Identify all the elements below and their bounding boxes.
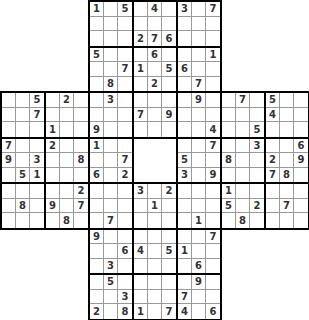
cell-r9c17[interactable] <box>236 122 250 137</box>
cell-r12c20: 8 <box>280 168 294 183</box>
box-r3c3: 39 <box>88 91 134 139</box>
cell-r7c10[interactable] <box>134 93 148 108</box>
cell-r15c1[interactable] <box>2 213 16 228</box>
cell-r10c1: 7 <box>2 139 16 154</box>
cell-r6c13[interactable] <box>178 77 192 92</box>
cell-r14c8[interactable] <box>104 199 118 214</box>
cell-r16c13[interactable] <box>178 230 192 245</box>
cell-r8c7[interactable] <box>90 108 104 123</box>
cell-r11c1: 9 <box>2 153 16 168</box>
cell-r13c13[interactable] <box>178 184 192 199</box>
cell-r14c2: 8 <box>16 199 30 214</box>
cell-r17c13: 1 <box>178 244 192 259</box>
cell-r13c4[interactable] <box>46 184 60 199</box>
box-r5c2: 2978 <box>44 182 90 230</box>
box-r5c3: 7 <box>88 182 134 230</box>
cell-r4c14[interactable] <box>192 48 206 63</box>
cell-r20c8[interactable] <box>104 290 118 305</box>
box-r3c1: 57 <box>0 91 46 139</box>
cell-r19c12[interactable] <box>162 275 176 290</box>
cell-r10c4: 2 <box>46 139 60 154</box>
box-r3c4: 79 <box>132 91 178 139</box>
cell-r11c16: 8 <box>222 153 236 168</box>
cell-r16c11[interactable] <box>148 230 162 245</box>
cell-r11c8[interactable] <box>104 153 118 168</box>
cell-r9c20[interactable] <box>280 122 294 137</box>
cell-r19c8: 5 <box>104 275 118 290</box>
cell-r9c6[interactable] <box>74 122 88 137</box>
cell-r19c10[interactable] <box>134 275 148 290</box>
cell-r15c10[interactable] <box>134 213 148 228</box>
box-r4c2: 28 <box>44 137 90 185</box>
cell-r9c18: 5 <box>250 122 264 137</box>
cell-r5c11[interactable] <box>148 62 162 77</box>
cell-r15c13[interactable] <box>178 213 192 228</box>
box-r6c4: 45 <box>132 228 178 276</box>
cell-r4c11: 6 <box>148 48 162 63</box>
cell-r16c12[interactable] <box>162 230 176 245</box>
cell-r7c6[interactable] <box>74 93 88 108</box>
cell-r1c11: 4 <box>148 2 162 17</box>
cell-r4c12[interactable] <box>162 48 176 63</box>
cell-r17c11[interactable] <box>148 244 162 259</box>
cell-r5c15[interactable] <box>206 62 220 77</box>
cell-r2c13[interactable] <box>178 17 192 32</box>
cell-r1c10[interactable] <box>134 2 148 17</box>
cell-r21c13: 4 <box>178 304 192 319</box>
cell-r15c3[interactable] <box>30 213 44 228</box>
cell-r13c12: 2 <box>162 184 176 199</box>
cell-r21c11[interactable] <box>148 304 162 319</box>
cell-r13c14[interactable] <box>192 184 206 199</box>
cell-r21c9: 8 <box>118 304 132 319</box>
cell-r14c18: 2 <box>250 199 264 214</box>
cell-r1c9: 5 <box>118 2 132 17</box>
cell-r20c9: 3 <box>118 290 132 305</box>
cell-r3c13[interactable] <box>178 31 192 46</box>
cell-r10c14[interactable] <box>192 139 206 154</box>
cell-r8c4[interactable] <box>46 108 60 123</box>
cell-r10c20[interactable] <box>280 139 294 154</box>
cell-r14c6: 7 <box>74 199 88 214</box>
cell-r9c4: 1 <box>46 122 60 137</box>
box-r7c5: 9746 <box>176 273 222 320</box>
box-r4c3: 1762 <box>88 137 134 185</box>
cell-r7c4[interactable] <box>46 93 60 108</box>
cell-r16c14[interactable] <box>192 230 206 245</box>
cell-r8c1[interactable] <box>2 108 16 123</box>
cell-r17c12: 5 <box>162 244 176 259</box>
cell-r10c8[interactable] <box>104 139 118 154</box>
box-r2c3: 578 <box>88 46 134 94</box>
cell-r20c12[interactable] <box>162 290 176 305</box>
cell-r19c15[interactable] <box>206 275 220 290</box>
cell-r16c9[interactable] <box>118 230 132 245</box>
cell-r3c9[interactable] <box>118 31 132 46</box>
cell-r12c13: 3 <box>178 168 192 183</box>
cell-r7c8: 3 <box>104 93 118 108</box>
cell-r17c10: 4 <box>134 244 148 259</box>
cell-r8c8[interactable] <box>104 108 118 123</box>
box-r4c7: 62978 <box>264 137 309 185</box>
cell-r9c5[interactable] <box>60 122 74 137</box>
cell-r9c3[interactable] <box>30 122 44 137</box>
cell-r15c15[interactable] <box>206 213 220 228</box>
cell-r13c17[interactable] <box>236 184 250 199</box>
cell-r14c21[interactable] <box>294 199 308 214</box>
cell-r15c5: 8 <box>60 213 74 228</box>
cell-r21c14[interactable] <box>192 304 206 319</box>
cell-r1c13: 3 <box>178 2 192 17</box>
cell-r7c5: 2 <box>60 93 74 108</box>
cell-r13c7[interactable] <box>90 184 104 199</box>
cell-r16c10[interactable] <box>134 230 148 245</box>
cell-r1c7: 1 <box>90 2 104 17</box>
cell-r12c6[interactable] <box>74 168 88 183</box>
cell-r14c20: 7 <box>280 199 294 214</box>
cell-r10c3[interactable] <box>30 139 44 154</box>
cell-r8c13[interactable] <box>178 108 192 123</box>
cell-r20c13: 7 <box>178 290 192 305</box>
cell-r12c9: 2 <box>118 168 132 183</box>
box-r4c1: 79351 <box>0 137 46 185</box>
cell-r3c10: 2 <box>134 31 148 46</box>
cell-r8c2[interactable] <box>16 108 30 123</box>
cell-r6c15[interactable] <box>206 77 220 92</box>
cell-r13c8[interactable] <box>104 184 118 199</box>
cell-r9c19[interactable] <box>266 122 280 137</box>
cell-r7c20[interactable] <box>280 93 294 108</box>
cell-r2c14[interactable] <box>192 17 206 32</box>
box-r4c6: 38 <box>220 137 266 185</box>
cell-r18c15[interactable] <box>206 259 220 274</box>
cell-r9c2[interactable] <box>16 122 30 137</box>
cell-r18c14: 6 <box>192 259 206 274</box>
cell-r9c12[interactable] <box>162 122 176 137</box>
cell-r6c10[interactable] <box>134 77 148 92</box>
cell-r11c17[interactable] <box>236 153 250 168</box>
cell-r17c9: 6 <box>118 244 132 259</box>
cell-r8c21[interactable] <box>294 108 308 123</box>
cell-r14c10[interactable] <box>134 199 148 214</box>
cell-r2c8[interactable] <box>104 17 118 32</box>
cell-r4c13[interactable] <box>178 48 192 63</box>
cell-r15c20[interactable] <box>280 213 294 228</box>
cell-r15c18[interactable] <box>250 213 264 228</box>
cell-r13c9[interactable] <box>118 184 132 199</box>
cell-r5c14[interactable] <box>192 62 206 77</box>
cell-r10c17[interactable] <box>236 139 250 154</box>
cell-r12c3: 1 <box>30 168 44 183</box>
cell-r13c6: 2 <box>74 184 88 199</box>
cell-r8c19: 4 <box>266 108 280 123</box>
cell-r10c7: 1 <box>90 139 104 154</box>
cell-r14c1[interactable] <box>2 199 16 214</box>
box-r1c4: 4276 <box>132 0 178 48</box>
cell-r11c6: 8 <box>74 153 88 168</box>
cell-r11c7[interactable] <box>90 153 104 168</box>
cell-r13c11[interactable] <box>148 184 162 199</box>
cell-r12c18[interactable] <box>250 168 264 183</box>
cell-r7c3: 5 <box>30 93 44 108</box>
cell-r8c12: 9 <box>162 108 176 123</box>
cell-r7c1[interactable] <box>2 93 16 108</box>
cell-r8c11[interactable] <box>148 108 162 123</box>
cell-r16c15: 7 <box>206 230 220 245</box>
cell-r1c12[interactable] <box>162 2 176 17</box>
cell-r11c13: 5 <box>178 153 192 168</box>
cell-r15c4[interactable] <box>46 213 60 228</box>
cell-r7c12[interactable] <box>162 93 176 108</box>
cell-r15c7[interactable] <box>90 213 104 228</box>
cell-r7c16[interactable] <box>222 93 236 108</box>
cell-r11c4[interactable] <box>46 153 60 168</box>
cell-r12c2: 5 <box>16 168 30 183</box>
cell-r13c21[interactable] <box>294 184 308 199</box>
cell-r13c5[interactable] <box>60 184 74 199</box>
cell-r7c9[interactable] <box>118 93 132 108</box>
cell-r14c3[interactable] <box>30 199 44 214</box>
cell-r8c9[interactable] <box>118 108 132 123</box>
cell-r12c1[interactable] <box>2 168 16 183</box>
cell-r18c7[interactable] <box>90 259 104 274</box>
box-r3c6: 75 <box>220 91 266 139</box>
cell-r17c15[interactable] <box>206 244 220 259</box>
box-r6c3: 963 <box>88 228 134 276</box>
cell-r1c15: 7 <box>206 2 220 17</box>
cell-r8c10: 7 <box>134 108 148 123</box>
cell-r12c19: 7 <box>266 168 280 183</box>
box-r2c5: 167 <box>176 46 222 94</box>
cell-r21c7: 2 <box>90 304 104 319</box>
cell-r17c8[interactable] <box>104 244 118 259</box>
cell-r8c3: 7 <box>30 108 44 123</box>
cell-r7c7[interactable] <box>90 93 104 108</box>
cell-r11c2[interactable] <box>16 153 30 168</box>
cell-r19c13[interactable] <box>178 275 192 290</box>
cell-r6c8: 8 <box>104 77 118 92</box>
cell-r14c19[interactable] <box>266 199 280 214</box>
cell-r17c14[interactable] <box>192 244 206 259</box>
cell-r2c7[interactable] <box>90 17 104 32</box>
cell-r9c21[interactable] <box>294 122 308 137</box>
cell-r15c21[interactable] <box>294 213 308 228</box>
cell-r14c14[interactable] <box>192 199 206 214</box>
cell-r4c15: 1 <box>206 48 220 63</box>
box-r5c5: 1 <box>176 182 222 230</box>
cell-r3c15[interactable] <box>206 31 220 46</box>
cell-r10c21: 6 <box>294 139 308 154</box>
cell-r8c14[interactable] <box>192 108 206 123</box>
cell-r17c7[interactable] <box>90 244 104 259</box>
cell-r8c20[interactable] <box>280 108 294 123</box>
cell-r13c1[interactable] <box>2 184 16 199</box>
cell-r18c11[interactable] <box>148 259 162 274</box>
cell-r7c18[interactable] <box>250 93 264 108</box>
cell-r18c13[interactable] <box>178 259 192 274</box>
cell-r5c7[interactable] <box>90 62 104 77</box>
cell-r7c11[interactable] <box>148 93 162 108</box>
cell-r7c15[interactable] <box>206 93 220 108</box>
box-r7c4: 17 <box>132 273 178 320</box>
cell-r8c6[interactable] <box>74 108 88 123</box>
cell-r9c16[interactable] <box>222 122 236 137</box>
cell-r14c7[interactable] <box>90 199 104 214</box>
cell-r15c6[interactable] <box>74 213 88 228</box>
cell-r12c16[interactable] <box>222 168 236 183</box>
cell-r2c11[interactable] <box>148 17 162 32</box>
cell-r5c10: 1 <box>134 62 148 77</box>
cell-r10c15: 7 <box>206 139 220 154</box>
cell-r18c9[interactable] <box>118 259 132 274</box>
cell-r5c8[interactable] <box>104 62 118 77</box>
cell-r19c7[interactable] <box>90 275 104 290</box>
cell-r9c9[interactable] <box>118 122 132 137</box>
box-r1c5: 37 <box>176 0 222 48</box>
cell-r8c16[interactable] <box>222 108 236 123</box>
box-r7c3: 5328 <box>88 273 134 320</box>
cell-r11c15[interactable] <box>206 153 220 168</box>
cell-r19c14: 9 <box>192 275 206 290</box>
cell-r14c13[interactable] <box>178 199 192 214</box>
box-r5c7: 7 <box>264 182 309 230</box>
cell-r19c11[interactable] <box>148 275 162 290</box>
cell-r15c19[interactable] <box>266 213 280 228</box>
cell-r2c9[interactable] <box>118 17 132 32</box>
cell-r15c9[interactable] <box>118 213 132 228</box>
box-r1c3: 15 <box>88 0 134 48</box>
cell-r14c5[interactable] <box>60 199 74 214</box>
cell-r13c18[interactable] <box>250 184 264 199</box>
cell-r15c12[interactable] <box>162 213 176 228</box>
cell-r13c16: 1 <box>222 184 236 199</box>
cell-r1c14[interactable] <box>192 2 206 17</box>
cell-r2c10[interactable] <box>134 17 148 32</box>
cell-r21c15: 6 <box>206 304 220 319</box>
cell-r13c20[interactable] <box>280 184 294 199</box>
cell-r11c9: 7 <box>118 153 132 168</box>
cell-r10c19[interactable] <box>266 139 280 154</box>
cell-r14c16: 5 <box>222 199 236 214</box>
box-r3c5: 94 <box>176 91 222 139</box>
cell-r20c14[interactable] <box>192 290 206 305</box>
cell-r9c1[interactable] <box>2 122 16 137</box>
cell-r16c8[interactable] <box>104 230 118 245</box>
cell-r21c12: 7 <box>162 304 176 319</box>
cell-r14c12[interactable] <box>162 199 176 214</box>
cell-r14c9[interactable] <box>118 199 132 214</box>
cell-r15c17: 8 <box>236 213 250 228</box>
cell-r18c8: 3 <box>104 259 118 274</box>
cell-r6c11: 2 <box>148 77 162 92</box>
cell-r3c8[interactable] <box>104 31 118 46</box>
cell-r13c3[interactable] <box>30 184 44 199</box>
cell-r12c17[interactable] <box>236 168 250 183</box>
box-r5c4: 321 <box>132 182 178 230</box>
cell-r12c4[interactable] <box>46 168 60 183</box>
cell-r2c12[interactable] <box>162 17 176 32</box>
box-r3c2: 21 <box>44 91 90 139</box>
cell-r20c10[interactable] <box>134 290 148 305</box>
cell-r11c18[interactable] <box>250 153 264 168</box>
box-r5c1: 8 <box>0 182 46 230</box>
cell-r4c10[interactable] <box>134 48 148 63</box>
cell-r21c8[interactable] <box>104 304 118 319</box>
cell-r4c9[interactable] <box>118 48 132 63</box>
cell-r6c7[interactable] <box>90 77 104 92</box>
cell-r13c2[interactable] <box>16 184 30 199</box>
cell-r14c15[interactable] <box>206 199 220 214</box>
cell-r3c7[interactable] <box>90 31 104 46</box>
cell-r10c9[interactable] <box>118 139 132 154</box>
cell-r10c16[interactable] <box>222 139 236 154</box>
cell-r13c10: 3 <box>134 184 148 199</box>
cell-r5c12: 5 <box>162 62 176 77</box>
cell-r7c13[interactable] <box>178 93 192 108</box>
cell-r18c12[interactable] <box>162 259 176 274</box>
cell-r11c14[interactable] <box>192 153 206 168</box>
cell-r16c7: 9 <box>90 230 104 245</box>
cell-r9c7: 9 <box>90 122 104 137</box>
cell-r8c15[interactable] <box>206 108 220 123</box>
cell-r10c2[interactable] <box>16 139 30 154</box>
cell-r19c9[interactable] <box>118 275 132 290</box>
cell-r6c9[interactable] <box>118 77 132 92</box>
cell-r2c15[interactable] <box>206 17 220 32</box>
cell-r13c19[interactable] <box>266 184 280 199</box>
cell-r7c21[interactable] <box>294 93 308 108</box>
cell-r5c13: 6 <box>178 62 192 77</box>
cell-r10c6[interactable] <box>74 139 88 154</box>
cell-r15c2[interactable] <box>16 213 30 228</box>
cell-r14c17[interactable] <box>236 199 250 214</box>
cell-r20c11[interactable] <box>148 290 162 305</box>
cell-r3c14[interactable] <box>192 31 206 46</box>
cell-r11c20[interactable] <box>280 153 294 168</box>
cell-r9c8[interactable] <box>104 122 118 137</box>
cell-r13c15[interactable] <box>206 184 220 199</box>
cell-r8c17[interactable] <box>236 108 250 123</box>
cell-r9c15: 4 <box>206 122 220 137</box>
cell-r11c5[interactable] <box>60 153 74 168</box>
cell-r9c14[interactable] <box>192 122 206 137</box>
cell-r18c10[interactable] <box>134 259 148 274</box>
cell-r12c8[interactable] <box>104 168 118 183</box>
cell-r10c18: 3 <box>250 139 264 154</box>
cell-r6c14: 7 <box>192 77 206 92</box>
cell-r9c10[interactable] <box>134 122 148 137</box>
cell-r9c13[interactable] <box>178 122 192 137</box>
cell-r4c8[interactable] <box>104 48 118 63</box>
cell-r15c16[interactable] <box>222 213 236 228</box>
cell-r12c21[interactable] <box>294 168 308 183</box>
cell-r20c15[interactable] <box>206 290 220 305</box>
cell-r12c14[interactable] <box>192 168 206 183</box>
cell-r8c18[interactable] <box>250 108 264 123</box>
cell-r12c5[interactable] <box>60 168 74 183</box>
cell-r6c12[interactable] <box>162 77 176 92</box>
cell-r1c8[interactable] <box>104 2 118 17</box>
cell-r7c2[interactable] <box>16 93 30 108</box>
box-r4c5: 7539 <box>176 137 222 185</box>
cell-r9c11[interactable] <box>148 122 162 137</box>
cell-r10c5[interactable] <box>60 139 74 154</box>
cell-r15c11[interactable] <box>148 213 162 228</box>
cell-r20c7[interactable] <box>90 290 104 305</box>
cell-r8c5[interactable] <box>60 108 74 123</box>
cell-r3c11: 7 <box>148 31 162 46</box>
cell-r10c13[interactable] <box>178 139 192 154</box>
